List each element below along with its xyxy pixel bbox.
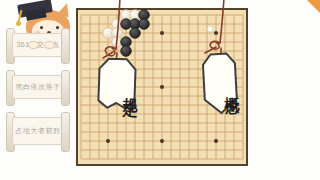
corner-accent	[307, 0, 320, 13]
tag-rules: 规定	[93, 55, 141, 113]
illustration-stage: 361个交叉点 黑白依次落子 占地大者获胜	[0, 0, 320, 180]
tag-concepts-label: 概念	[198, 50, 241, 118]
string-right	[220, 0, 224, 43]
string-left	[116, 0, 120, 49]
tag-concepts: 概念	[198, 50, 241, 118]
tag-rules-label: 规定	[93, 55, 141, 113]
hanging-strings	[0, 0, 320, 180]
